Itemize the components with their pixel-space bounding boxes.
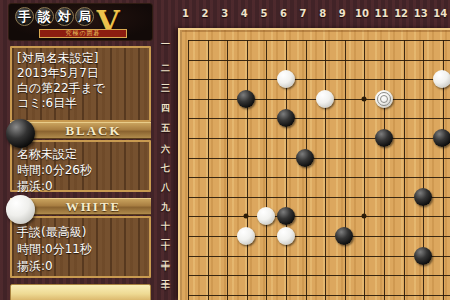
logo-char: 手 <box>15 7 34 26</box>
white-stone-last-move <box>375 90 393 108</box>
col-label-13: 13 <box>414 8 428 19</box>
white-captures: 揚浜:0 <box>12 258 149 275</box>
black-stone-icon <box>6 119 35 148</box>
black-captures: 揚浜:0 <box>12 178 149 194</box>
col-label-9: 9 <box>339 8 346 19</box>
col-label-6: 6 <box>280 8 287 19</box>
logo-char: 談 <box>35 7 54 26</box>
star-point <box>361 214 366 219</box>
app-logo: 手 談 対 局 V 究極の囲碁 <box>8 3 153 41</box>
white-stone <box>237 227 255 245</box>
komi-value: コミ:6目半 <box>12 96 149 111</box>
star-point <box>361 96 366 101</box>
logo-char: 局 <box>75 7 94 26</box>
game-info-panel: [対局名未設定] 2013年5月7日 白の第22手まで コミ:6目半 <box>10 46 151 122</box>
logo-subtitle: 究極の囲碁 <box>39 29 127 38</box>
col-label-10: 10 <box>355 8 369 19</box>
col-label-3: 3 <box>221 8 228 19</box>
col-label-4: 4 <box>241 8 248 19</box>
white-player-name: 手談(最高級) <box>12 224 149 241</box>
col-label-7: 7 <box>300 8 307 19</box>
black-stone <box>414 188 432 206</box>
black-stone <box>433 129 450 147</box>
black-stone <box>237 90 255 108</box>
go-board[interactable] <box>178 28 450 300</box>
white-player-panel: 手談(最高級) 時間:0分11秒 揚浜:0 <box>10 216 151 278</box>
col-label-14: 14 <box>433 8 447 19</box>
message-bar <box>10 284 151 300</box>
black-stone <box>375 129 393 147</box>
white-stone-icon <box>6 195 35 224</box>
last-move-marker-inner <box>380 95 388 103</box>
col-label-2: 2 <box>202 8 209 19</box>
board-grid[interactable] <box>188 40 450 300</box>
white-stone <box>316 90 334 108</box>
white-stone <box>433 70 450 88</box>
white-stone <box>257 207 275 225</box>
black-player-name: 名称未設定 <box>12 146 149 162</box>
star-point <box>244 214 249 219</box>
black-stone <box>414 247 432 265</box>
black-stone <box>277 109 295 127</box>
logo-char: 対 <box>55 7 74 26</box>
black-player-panel: 名称未設定 時間:0分26秒 揚浜:0 <box>10 140 151 192</box>
app-window: 手 談 対 局 V 究極の囲碁 [対局名未設定] 2013年5月7日 白の第22… <box>0 0 450 300</box>
black-stone <box>277 207 295 225</box>
white-stone <box>277 70 295 88</box>
col-label-11: 11 <box>375 8 389 19</box>
white-stone <box>277 227 295 245</box>
move-counter: 白の第22手まで <box>12 81 149 96</box>
white-time: 時間:0分11秒 <box>12 241 149 258</box>
col-label-12: 12 <box>394 8 408 19</box>
game-date: 2013年5月7日 <box>12 66 149 81</box>
col-label-5: 5 <box>260 8 267 19</box>
col-label-1: 1 <box>182 8 189 19</box>
game-title: [対局名未設定] <box>12 51 149 66</box>
black-time: 時間:0分26秒 <box>12 162 149 178</box>
black-stone <box>335 227 353 245</box>
black-stone <box>296 149 314 167</box>
col-label-8: 8 <box>319 8 326 19</box>
